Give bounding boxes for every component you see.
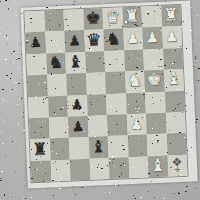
piece-white-rook: ♜ [124, 8, 140, 26]
piece-white-knight: ♞ [127, 72, 143, 90]
cell-b5[interactable] [47, 74, 67, 96]
cell-b6[interactable]: ♞ [46, 53, 66, 75]
cell-c4[interactable]: ♟ [67, 95, 87, 117]
piece-black-rook: ♜ [32, 140, 48, 158]
cell-e1[interactable] [109, 157, 129, 179]
cell-h3[interactable] [165, 112, 185, 134]
cell-e6[interactable] [104, 50, 124, 72]
cell-h8[interactable]: ♜ [161, 5, 181, 27]
cell-d1[interactable] [89, 158, 109, 180]
cell-c2[interactable] [69, 137, 89, 159]
cell-d4[interactable] [86, 94, 106, 116]
cell-a3[interactable] [29, 118, 49, 140]
piece-white-pawn: ♟ [126, 31, 139, 46]
cell-c3[interactable]: ♟ [68, 116, 88, 138]
cell-f8[interactable]: ♜ [122, 7, 142, 29]
cell-h4[interactable] [164, 90, 184, 112]
cell-f3[interactable]: ♟ [126, 113, 146, 135]
cell-g6[interactable] [143, 48, 163, 70]
cell-d2[interactable]: ♝ [88, 136, 108, 158]
piece-black-bishop: ♝ [67, 53, 83, 71]
piece-black-king: ♚ [85, 9, 101, 27]
cell-f4[interactable] [125, 92, 145, 114]
cell-a4[interactable] [28, 96, 48, 118]
cell-f7[interactable]: ♟ [123, 28, 143, 50]
cell-d7[interactable]: ♛ [84, 30, 104, 52]
copyright-margin-text: © CHESSBOARD [194, 55, 199, 95]
piece-black-knight: ♞ [48, 54, 64, 72]
cell-c6[interactable]: ♝ [65, 52, 85, 74]
cell-a1[interactable] [31, 160, 51, 182]
cell-e3[interactable] [107, 114, 127, 136]
cell-e7[interactable]: ♞ [103, 29, 123, 51]
cell-h5[interactable]: ♝ [164, 69, 184, 91]
cell-a6[interactable] [26, 53, 46, 75]
piece-white-pawn: ♟ [146, 30, 159, 45]
cell-f2[interactable] [127, 135, 147, 157]
cell-d6[interactable] [85, 51, 105, 73]
cell-g4[interactable] [145, 91, 165, 113]
cell-g7[interactable]: ♟ [142, 27, 162, 49]
cell-e2[interactable] [108, 136, 128, 158]
cell-a5[interactable] [27, 75, 47, 97]
piece-white-pawn: ♟ [130, 116, 143, 131]
cell-e5[interactable] [105, 72, 125, 94]
piece-white-queen: ♛ [105, 9, 121, 27]
piece-black-pawn: ♟ [29, 35, 42, 50]
piece-white-king: ♚ [146, 71, 162, 89]
chess-board: ♚♛♜♜♟♟♛♞♟♟♟♞♝♞♚♝♟♟♟♜♝♝ ❖ ✛ [20, 1, 197, 189]
cell-g2[interactable] [147, 134, 167, 156]
cell-c7[interactable]: ♟ [64, 30, 84, 52]
piece-white-bishop: ♝ [150, 157, 166, 175]
cell-d3[interactable] [87, 115, 107, 137]
cell-h2[interactable] [166, 133, 186, 155]
cell-d8[interactable]: ♚ [83, 8, 103, 30]
piece-black-queen: ♛ [86, 31, 102, 49]
cell-b1[interactable] [50, 159, 70, 181]
piece-white-pawn: ♟ [165, 29, 178, 44]
cell-b8[interactable] [44, 10, 64, 32]
cell-e8[interactable]: ♛ [102, 7, 122, 29]
piece-black-knight: ♞ [105, 30, 121, 48]
cell-b4[interactable] [48, 95, 68, 117]
piece-black-pawn: ♟ [68, 33, 81, 48]
cell-d5[interactable] [86, 72, 106, 94]
board-logo: ❖ ✛ [168, 155, 187, 176]
piece-black-pawn: ♟ [71, 119, 84, 134]
cell-b3[interactable] [48, 117, 68, 139]
cell-a8[interactable] [24, 11, 44, 33]
chess-grid: ♚♛♜♜♟♟♛♞♟♟♟♞♝♞♚♝♟♟♟♜♝♝ [23, 4, 188, 184]
cell-c5[interactable] [66, 73, 86, 95]
cell-e4[interactable] [106, 93, 126, 115]
cell-g1[interactable]: ♝ [148, 155, 168, 177]
cell-b2[interactable] [49, 138, 69, 160]
logo-submark-icon: ✛ [174, 167, 180, 174]
cell-g8[interactable] [141, 6, 161, 28]
cell-h6[interactable] [163, 48, 183, 70]
cell-f1[interactable] [128, 156, 148, 178]
piece-white-rook: ♜ [163, 6, 179, 24]
cell-f5[interactable]: ♞ [125, 71, 145, 93]
piece-black-bishop: ♝ [90, 138, 106, 156]
cell-c1[interactable] [70, 159, 90, 181]
cell-f6[interactable] [124, 49, 144, 71]
cell-g3[interactable] [146, 113, 166, 135]
cell-a7[interactable]: ♟ [25, 32, 45, 54]
cell-b7[interactable] [45, 31, 65, 53]
board-photo: ♚♛♜♜♟♟♛♞♟♟♟♞♝♞♚♝♟♟♟♜♝♝ ❖ ✛ © CHESSBOARD [0, 0, 200, 200]
piece-white-bishop: ♝ [166, 70, 182, 88]
piece-black-pawn: ♟ [71, 97, 84, 112]
cell-c8[interactable] [63, 9, 83, 31]
cell-g5[interactable]: ♚ [144, 70, 164, 92]
cell-a2[interactable]: ♜ [30, 139, 50, 161]
cell-h7[interactable]: ♟ [162, 26, 182, 48]
